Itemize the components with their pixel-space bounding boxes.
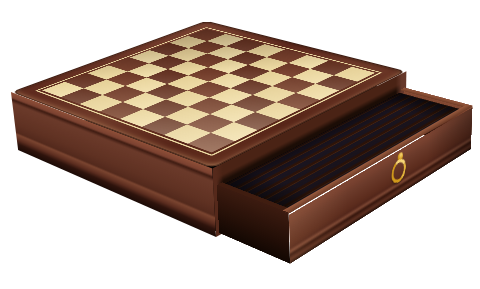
camera <box>0 0 480 289</box>
product-photo-scene <box>0 0 480 289</box>
drawer-pull <box>393 149 408 192</box>
brass-ring-pull-icon <box>390 158 408 183</box>
